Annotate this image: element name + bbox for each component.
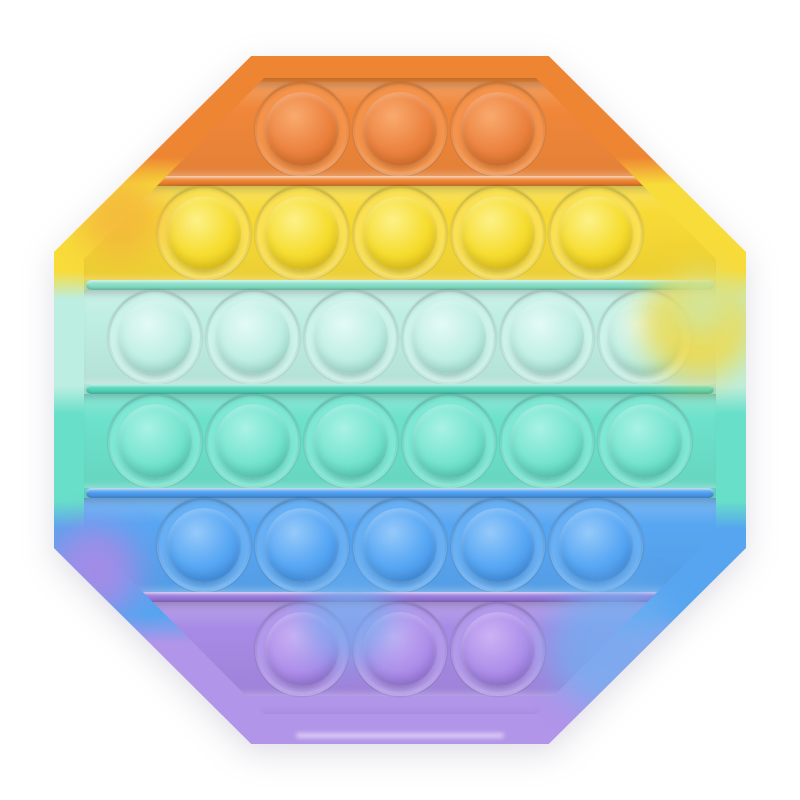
bubble-dome-raised: [461, 92, 535, 166]
bubble-dome-raised: [216, 300, 290, 374]
pop-it-toy: [54, 56, 746, 744]
bubble-dome-raised: [510, 404, 584, 478]
bubble-mint-3[interactable]: [304, 290, 398, 384]
bubble-dome-raised: [363, 612, 437, 686]
bubble-dome-raised: [363, 508, 437, 582]
row-divider-5: [86, 592, 714, 602]
bubble-orange-3[interactable]: [451, 82, 545, 176]
bubble-dome-raised: [265, 508, 339, 582]
bubble-mint-5[interactable]: [500, 290, 594, 384]
bubble-dome-raised: [608, 404, 682, 478]
bubble-teal-1[interactable]: [108, 394, 202, 488]
bubble-row-teal: [84, 394, 716, 488]
bubble-purple-3[interactable]: [451, 602, 545, 696]
bubble-dome-raised: [118, 300, 192, 374]
bubble-teal-6[interactable]: [598, 394, 692, 488]
bubble-dome-raised: [216, 404, 290, 478]
base-gloss-highlight: [296, 733, 504, 738]
bubble-blue-4[interactable]: [451, 498, 545, 592]
bubble-dome-raised: [461, 612, 535, 686]
bubble-dome-raised: [167, 196, 241, 270]
bubble-dome-raised: [265, 92, 339, 166]
bubble-teal-5[interactable]: [500, 394, 594, 488]
bubble-dome-raised: [559, 196, 633, 270]
bubble-dome-raised: [461, 508, 535, 582]
bubble-dome-raised: [412, 300, 486, 374]
bubble-yellow-5[interactable]: [549, 186, 643, 280]
bubble-dome-raised: [363, 196, 437, 270]
bubble-mint-1[interactable]: [108, 290, 202, 384]
bubble-row-blue: [84, 498, 716, 592]
bubble-yellow-2[interactable]: [255, 186, 349, 280]
bubble-mint-6[interactable]: [598, 290, 692, 384]
bubble-dome-raised: [461, 196, 535, 270]
bubble-blue-2[interactable]: [255, 498, 349, 592]
bubble-dome-raised: [118, 404, 192, 478]
bubble-row-orange: [84, 82, 716, 176]
bubble-yellow-1[interactable]: [157, 186, 251, 280]
bubble-blue-5[interactable]: [549, 498, 643, 592]
bubble-yellow-3[interactable]: [353, 186, 447, 280]
bubble-blue-3[interactable]: [353, 498, 447, 592]
bubble-dome-raised: [265, 612, 339, 686]
bubble-dome-raised: [412, 404, 486, 478]
row-divider-4: [86, 488, 714, 498]
bubble-dome-raised: [167, 508, 241, 582]
bubble-dome-raised: [314, 300, 388, 374]
bubble-dome-raised: [314, 404, 388, 478]
bubble-dome-raised: [265, 196, 339, 270]
bubble-teal-3[interactable]: [304, 394, 398, 488]
bubble-teal-2[interactable]: [206, 394, 300, 488]
bubble-dome-raised: [363, 92, 437, 166]
bubble-mint-2[interactable]: [206, 290, 300, 384]
bubble-dome-raised: [559, 508, 633, 582]
bubble-row-purple: [84, 602, 716, 696]
toy-shadow-wrapper: [0, 0, 800, 800]
bubble-purple-1[interactable]: [255, 602, 349, 696]
row-divider-1: [86, 176, 714, 186]
bubble-dome-raised: [608, 300, 682, 374]
bubble-mint-4[interactable]: [402, 290, 496, 384]
bubble-blue-1[interactable]: [157, 498, 251, 592]
row-divider-3: [86, 384, 714, 394]
bubble-orange-1[interactable]: [255, 82, 349, 176]
row-divider-2: [86, 280, 714, 290]
product-photo: [0, 0, 800, 800]
bubble-tray: [84, 78, 716, 714]
bubble-purple-2[interactable]: [353, 602, 447, 696]
bubble-row-yellow: [84, 186, 716, 280]
bubble-row-mint: [84, 290, 716, 384]
bubble-teal-4[interactable]: [402, 394, 496, 488]
bubble-yellow-4[interactable]: [451, 186, 545, 280]
bubble-orange-2[interactable]: [353, 82, 447, 176]
bubble-dome-raised: [510, 300, 584, 374]
